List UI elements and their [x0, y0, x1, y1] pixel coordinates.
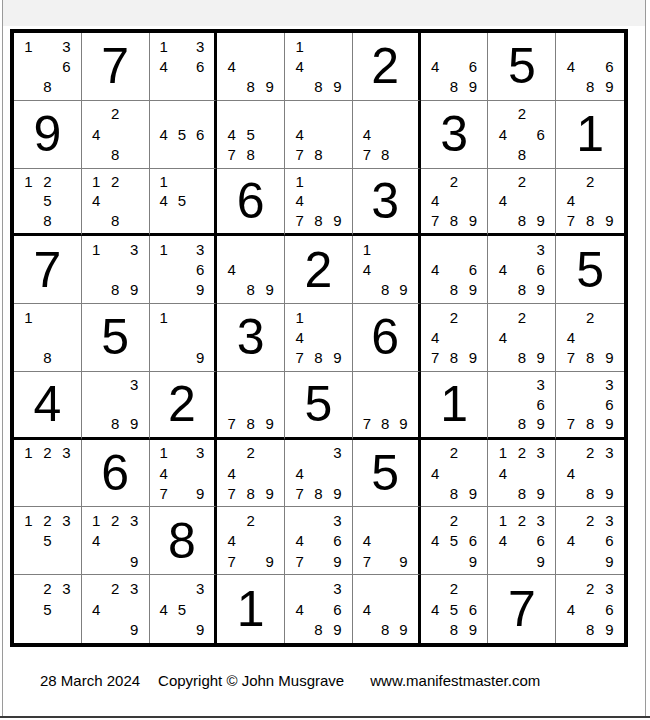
cell-r4c3[interactable]: 1369	[150, 236, 218, 304]
pencil-empty	[376, 578, 394, 599]
cell-r7c1[interactable]: 123	[14, 440, 82, 508]
cell-r1c8[interactable]: 5	[488, 33, 556, 101]
pencil-mark-8: 8	[106, 211, 125, 231]
pencil-marks: 1489	[285, 33, 352, 100]
pencil-mark-2: 2	[241, 510, 260, 530]
pencil-empty	[600, 463, 619, 483]
pencil-marks: 235	[14, 575, 81, 643]
pencil-empty	[191, 327, 209, 347]
pencil-mark-5: 5	[38, 531, 57, 551]
pencil-empty	[358, 394, 376, 414]
pencil-empty	[173, 172, 191, 192]
cell-r3c2[interactable]: 1248	[82, 169, 150, 237]
cell-r2c1[interactable]: 9	[14, 101, 82, 169]
pencil-mark-2: 2	[580, 510, 599, 530]
cell-r2c6[interactable]: 478	[353, 101, 421, 169]
pencil-empty	[87, 619, 106, 640]
pencil-mark-8: 8	[38, 348, 57, 368]
pencil-mark-4: 4	[426, 327, 445, 347]
cell-r5c9[interactable]: 24789	[556, 304, 624, 372]
pencil-mark-1: 1	[358, 239, 376, 259]
cell-r2c7[interactable]: 3	[421, 101, 489, 169]
pencil-empty	[155, 280, 173, 300]
pencil-empty	[358, 280, 376, 300]
pencil-marks: 18	[14, 304, 81, 371]
pencil-mark-4: 4	[290, 463, 309, 483]
pencil-mark-9: 9	[600, 619, 619, 640]
cell-r5c1[interactable]: 18	[14, 304, 82, 372]
pencil-mark-7: 7	[561, 348, 580, 368]
pencil-empty	[376, 124, 394, 144]
pencil-marks: 2489	[488, 304, 555, 371]
cell-r9c2[interactable]: 2349	[82, 575, 150, 643]
cell-r6c1[interactable]: 4	[14, 372, 82, 440]
pencil-marks: 34689	[488, 236, 555, 303]
pencil-mark-1: 1	[87, 239, 106, 259]
pencil-mark-7: 7	[290, 483, 309, 503]
solved-digit: 1	[217, 575, 284, 643]
pencil-mark-5: 5	[38, 599, 57, 620]
solved-digit: 5	[82, 304, 149, 371]
pencil-mark-7: 7	[290, 348, 309, 368]
pencil-mark-3: 3	[57, 510, 76, 530]
pencil-mark-8: 8	[580, 211, 599, 231]
solved-digit: 3	[353, 169, 418, 234]
cell-r3c5[interactable]: 14789	[285, 169, 353, 237]
solved-digit: 5	[556, 236, 624, 303]
cell-r1c7[interactable]: 4689	[421, 33, 489, 101]
pencil-mark-3: 3	[328, 510, 347, 530]
cell-r8c4[interactable]: 2479	[217, 507, 285, 575]
pencil-mark-7: 7	[290, 144, 309, 164]
pencil-mark-4: 4	[155, 599, 173, 620]
pencil-mark-9: 9	[464, 280, 483, 300]
pencil-empty	[358, 578, 376, 599]
cell-r4c2[interactable]: 1389	[82, 236, 150, 304]
cell-r1c1[interactable]: 1368	[14, 33, 82, 101]
cell-r6c7[interactable]: 1	[421, 372, 489, 440]
pencil-mark-4: 4	[561, 531, 580, 551]
cell-r1c5[interactable]: 1489	[285, 33, 353, 101]
pencil-empty	[426, 239, 445, 259]
pencil-mark-7: 7	[358, 144, 376, 164]
pencil-empty	[394, 531, 412, 551]
pencil-empty	[173, 104, 191, 124]
cell-r4c8[interactable]: 34689	[488, 236, 556, 304]
cell-r5c3[interactable]: 19	[150, 304, 218, 372]
solved-digit: 5	[488, 33, 555, 100]
pencil-mark-4: 4	[493, 463, 512, 483]
pencil-mark-8: 8	[309, 348, 328, 368]
pencil-mark-9: 9	[125, 619, 144, 640]
cell-r4c9[interactable]: 5	[556, 236, 624, 304]
pencil-empty	[600, 307, 619, 327]
pencil-empty	[561, 394, 580, 414]
pencil-mark-2: 2	[580, 307, 599, 327]
cell-r5c2[interactable]: 5	[82, 304, 150, 372]
cell-r7c7[interactable]: 2489	[421, 440, 489, 508]
pencil-empty	[493, 104, 512, 124]
pencil-empty	[358, 619, 376, 640]
pencil-empty	[57, 599, 76, 620]
pencil-empty	[38, 56, 57, 76]
pencil-marks: 489	[217, 236, 284, 303]
pencil-marks: 1389	[82, 236, 149, 303]
pencil-mark-4: 4	[493, 124, 512, 144]
pencil-empty	[394, 510, 412, 530]
pencil-mark-7: 7	[561, 211, 580, 231]
pencil-empty	[309, 510, 328, 530]
pencil-empty	[260, 463, 279, 483]
pencil-mark-3: 3	[531, 443, 550, 463]
pencil-marks: 3459	[150, 575, 215, 643]
pencil-marks: 4689	[556, 33, 624, 100]
pencil-mark-2: 2	[106, 172, 125, 192]
pencil-empty	[241, 394, 260, 414]
pencil-empty	[464, 510, 483, 530]
cell-r5c6[interactable]: 6	[353, 304, 421, 372]
pencil-empty	[241, 56, 260, 76]
pencil-mark-9: 9	[531, 414, 550, 434]
cell-r8c5[interactable]: 34679	[285, 507, 353, 575]
cell-r3c1[interactable]: 1258	[14, 169, 82, 237]
cell-r9c8[interactable]: 7	[488, 575, 556, 643]
cell-r8c8[interactable]: 123469	[488, 507, 556, 575]
pencil-empty	[57, 77, 76, 97]
pencil-marks: 478	[285, 101, 352, 168]
pencil-empty	[328, 104, 347, 124]
pencil-mark-8: 8	[309, 211, 328, 231]
cell-r9c5[interactable]: 34689	[285, 575, 353, 643]
cell-r8c7[interactable]: 24569	[421, 507, 489, 575]
cell-r6c9[interactable]: 36789	[556, 372, 624, 440]
pencil-empty	[260, 260, 279, 280]
pencil-mark-6: 6	[328, 531, 347, 551]
pencil-mark-2: 2	[445, 578, 464, 599]
pencil-empty	[445, 260, 464, 280]
pencil-mark-4: 4	[426, 531, 445, 551]
pencil-marks: 24789	[556, 304, 624, 371]
pencil-empty	[155, 211, 173, 231]
pencil-empty	[493, 348, 512, 368]
cell-r7c8[interactable]: 123489	[488, 440, 556, 508]
pencil-empty	[260, 531, 279, 551]
pencil-empty	[464, 307, 483, 327]
pencil-mark-8: 8	[512, 211, 531, 231]
cell-r8c9[interactable]: 23469	[556, 507, 624, 575]
pencil-empty	[87, 414, 106, 434]
pencil-empty	[57, 172, 76, 192]
cell-r8c2[interactable]: 12349	[82, 507, 150, 575]
pencil-empty	[106, 260, 125, 280]
solved-digit: 9	[14, 101, 81, 168]
pencil-empty	[87, 211, 106, 231]
pencil-mark-7: 7	[290, 551, 309, 571]
cell-r4c7[interactable]: 4689	[421, 236, 489, 304]
cell-r5c5[interactable]: 14789	[285, 304, 353, 372]
cell-r2c4[interactable]: 4578	[217, 101, 285, 169]
pencil-mark-9: 9	[464, 619, 483, 640]
pencil-empty	[493, 172, 512, 192]
pencil-mark-1: 1	[155, 172, 173, 192]
pencil-empty	[173, 443, 191, 463]
pencil-mark-7: 7	[358, 414, 376, 434]
cell-r6c3[interactable]: 2	[150, 372, 218, 440]
pencil-mark-3: 3	[600, 510, 619, 530]
pencil-mark-4: 4	[290, 191, 309, 211]
window-top-bar	[3, 0, 645, 26]
pencil-empty	[173, 307, 191, 327]
pencil-empty	[241, 375, 260, 395]
pencil-empty	[580, 36, 599, 56]
pencil-empty	[125, 531, 144, 551]
cell-r3c7[interactable]: 24789	[421, 169, 489, 237]
pencil-mark-8: 8	[445, 77, 464, 97]
pencil-empty	[394, 124, 412, 144]
cell-r7c9[interactable]: 23489	[556, 440, 624, 508]
pencil-empty	[222, 104, 241, 124]
pencil-marks: 1235	[14, 507, 81, 574]
cell-r4c5[interactable]: 2	[285, 236, 353, 304]
pencil-empty	[376, 510, 394, 530]
pencil-empty	[376, 239, 394, 259]
pencil-empty	[376, 260, 394, 280]
pencil-empty	[426, 443, 445, 463]
pencil-mark-1: 1	[19, 36, 38, 56]
cell-r5c7[interactable]: 24789	[421, 304, 489, 372]
cell-r3c6[interactable]: 3	[353, 169, 421, 237]
pencil-mark-9: 9	[260, 280, 279, 300]
cell-r8c3[interactable]: 8	[150, 507, 218, 575]
pencil-mark-9: 9	[600, 211, 619, 231]
pencil-mark-9: 9	[260, 414, 279, 434]
cell-r2c3[interactable]: 456	[150, 101, 218, 169]
pencil-empty	[445, 463, 464, 483]
pencil-empty	[125, 172, 144, 192]
pencil-empty	[38, 483, 57, 503]
pencil-mark-3: 3	[125, 510, 144, 530]
pencil-empty	[191, 144, 209, 164]
pencil-empty	[57, 619, 76, 640]
pencil-empty	[561, 307, 580, 327]
cell-r7c3[interactable]: 13479	[150, 440, 218, 508]
pencil-mark-8: 8	[106, 280, 125, 300]
cell-r3c4[interactable]: 6	[217, 169, 285, 237]
pencil-empty	[57, 463, 76, 483]
pencil-empty	[394, 144, 412, 164]
pencil-empty	[376, 104, 394, 124]
pencil-mark-3: 3	[531, 375, 550, 395]
pencil-mark-8: 8	[38, 211, 57, 231]
pencil-mark-2: 2	[38, 578, 57, 599]
pencil-empty	[580, 191, 599, 211]
pencil-mark-9: 9	[464, 77, 483, 97]
pencil-mark-6: 6	[57, 56, 76, 76]
pencil-mark-3: 3	[600, 578, 619, 599]
pencil-mark-5: 5	[173, 191, 191, 211]
pencil-empty	[493, 394, 512, 414]
pencil-marks: 2468	[488, 101, 555, 168]
pencil-empty	[260, 36, 279, 56]
pencil-empty	[19, 599, 38, 620]
cell-r7c5[interactable]: 34789	[285, 440, 353, 508]
pencil-empty	[493, 239, 512, 259]
pencil-empty	[241, 463, 260, 483]
pencil-empty	[394, 239, 412, 259]
cell-r1c9[interactable]: 4689	[556, 33, 624, 101]
cell-r8c1[interactable]: 1235	[14, 507, 82, 575]
pencil-mark-4: 4	[87, 124, 106, 144]
pencil-mark-4: 4	[561, 599, 580, 620]
solved-digit: 6	[82, 440, 149, 507]
cell-r1c6[interactable]: 2	[353, 33, 421, 101]
cell-r6c8[interactable]: 3689	[488, 372, 556, 440]
pencil-mark-2: 2	[512, 307, 531, 327]
pencil-mark-8: 8	[580, 348, 599, 368]
pencil-empty	[241, 531, 260, 551]
cell-r7c6[interactable]: 5	[353, 440, 421, 508]
pencil-mark-2: 2	[580, 443, 599, 463]
pencil-empty	[57, 211, 76, 231]
pencil-mark-2: 2	[241, 443, 260, 463]
solved-digit: 2	[353, 33, 418, 100]
cell-r3c3[interactable]: 145	[150, 169, 218, 237]
pencil-empty	[38, 551, 57, 571]
pencil-marks: 14789	[285, 304, 352, 371]
pencil-mark-9: 9	[464, 483, 483, 503]
pencil-mark-8: 8	[580, 77, 599, 97]
pencil-empty	[561, 510, 580, 530]
pencil-empty	[531, 463, 550, 483]
cell-r3c8[interactable]: 2489	[488, 169, 556, 237]
pencil-empty	[561, 619, 580, 640]
pencil-empty	[493, 144, 512, 164]
pencil-empty	[87, 260, 106, 280]
pencil-empty	[580, 531, 599, 551]
cell-r6c6[interactable]: 789	[353, 372, 421, 440]
pencil-marks: 1368	[14, 33, 81, 100]
cell-r1c4[interactable]: 489	[217, 33, 285, 101]
pencil-empty	[426, 280, 445, 300]
pencil-mark-4: 4	[155, 56, 173, 76]
pencil-mark-9: 9	[600, 414, 619, 434]
cell-r4c6[interactable]: 1489	[353, 236, 421, 304]
pencil-empty	[191, 172, 209, 192]
pencil-mark-8: 8	[241, 483, 260, 503]
pencil-mark-6: 6	[531, 531, 550, 551]
pencil-mark-8: 8	[512, 483, 531, 503]
pencil-empty	[309, 551, 328, 571]
pencil-empty	[260, 375, 279, 395]
pencil-marks: 248	[82, 101, 149, 168]
pencil-empty	[57, 348, 76, 368]
footer-copyright: Copyright © John Musgrave	[158, 672, 344, 689]
cell-r9c3[interactable]: 3459	[150, 575, 218, 643]
pencil-empty	[580, 394, 599, 414]
cell-r9c6[interactable]: 489	[353, 575, 421, 643]
cell-r2c5[interactable]: 478	[285, 101, 353, 169]
pencil-empty	[512, 531, 531, 551]
cell-r5c4[interactable]: 3	[217, 304, 285, 372]
pencil-empty	[19, 551, 38, 571]
pencil-empty	[125, 144, 144, 164]
pencil-empty	[561, 77, 580, 97]
pencil-empty	[155, 104, 173, 124]
cell-r4c4[interactable]: 489	[217, 236, 285, 304]
pencil-empty	[19, 56, 38, 76]
cell-r3c9[interactable]: 24789	[556, 169, 624, 237]
pencil-empty	[222, 394, 241, 414]
solved-digit: 3	[217, 304, 284, 371]
pencil-empty	[222, 36, 241, 56]
pencil-empty	[173, 483, 191, 503]
pencil-empty	[328, 124, 347, 144]
pencil-empty	[19, 578, 38, 599]
cell-r7c4[interactable]: 24789	[217, 440, 285, 508]
pencil-mark-4: 4	[290, 327, 309, 347]
solved-digit: 3	[421, 101, 488, 168]
pencil-mark-4: 4	[426, 599, 445, 620]
cell-r9c9[interactable]: 234689	[556, 575, 624, 643]
pencil-marks: 13479	[150, 440, 215, 507]
pencil-mark-3: 3	[125, 239, 144, 259]
pencil-mark-9: 9	[191, 619, 209, 640]
cell-r5c8[interactable]: 2489	[488, 304, 556, 372]
pencil-empty	[19, 211, 38, 231]
pencil-empty	[394, 260, 412, 280]
pencil-empty	[87, 578, 106, 599]
cell-r6c2[interactable]: 389	[82, 372, 150, 440]
pencil-mark-1: 1	[155, 36, 173, 56]
cell-r9c1[interactable]: 235	[14, 575, 82, 643]
cell-r2c9[interactable]: 1	[556, 101, 624, 169]
cell-r9c4[interactable]: 1	[217, 575, 285, 643]
cell-r6c5[interactable]: 5	[285, 372, 353, 440]
cell-r2c8[interactable]: 2468	[488, 101, 556, 169]
cell-r9c7[interactable]: 245689	[421, 575, 489, 643]
pencil-empty	[464, 463, 483, 483]
pencil-mark-7: 7	[155, 483, 173, 503]
cell-r6c4[interactable]: 789	[217, 372, 285, 440]
pencil-empty	[464, 239, 483, 259]
cell-r1c2[interactable]: 7	[82, 33, 150, 101]
pencil-empty	[561, 172, 580, 192]
pencil-empty	[260, 56, 279, 76]
pencil-empty	[376, 551, 394, 571]
pencil-mark-1: 1	[290, 36, 309, 56]
pencil-empty	[19, 619, 38, 640]
pencil-mark-4: 4	[155, 124, 173, 144]
pencil-empty	[531, 104, 550, 124]
pencil-empty	[426, 551, 445, 571]
pencil-empty	[173, 77, 191, 97]
pencil-empty	[125, 599, 144, 620]
cell-r4c1[interactable]: 7	[14, 236, 82, 304]
cell-r8c6[interactable]: 479	[353, 507, 421, 575]
pencil-empty	[309, 36, 328, 56]
cell-r2c2[interactable]: 248	[82, 101, 150, 169]
cell-r1c3[interactable]: 1346	[150, 33, 218, 101]
pencil-mark-2: 2	[512, 510, 531, 530]
pencil-marks: 456	[150, 101, 215, 168]
cell-r7c2[interactable]: 6	[82, 440, 150, 508]
pencil-marks: 123	[14, 440, 81, 507]
pencil-empty	[155, 619, 173, 640]
pencil-mark-9: 9	[191, 348, 209, 368]
pencil-marks: 19	[150, 304, 215, 371]
pencil-marks: 23469	[556, 507, 624, 574]
pencil-mark-7: 7	[426, 348, 445, 368]
